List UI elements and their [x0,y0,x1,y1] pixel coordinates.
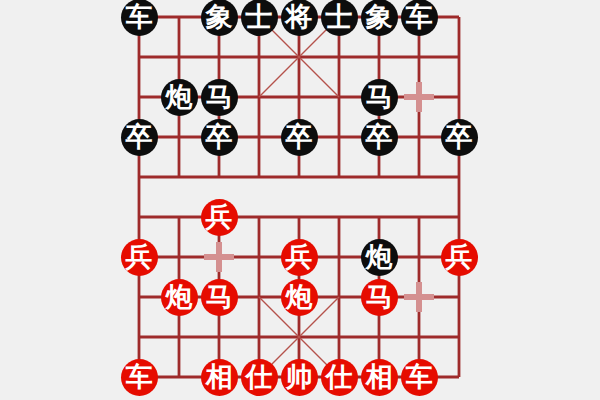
board-cell[interactable] [279,77,319,117]
piece-black-advisor[interactable]: 士 [321,0,358,36]
piece-red-advisor[interactable]: 仕 [241,359,278,396]
board-cell[interactable]: 车 [119,0,159,37]
board-cell[interactable] [279,37,319,77]
piece-red-chariot[interactable]: 车 [401,359,438,396]
board-cell[interactable] [159,157,199,197]
piece-red-general[interactable]: 帅 [281,359,318,396]
board-cell[interactable] [399,157,439,197]
piece-red-chariot[interactable]: 车 [121,359,158,396]
piece-black-soldier[interactable]: 卒 [361,119,398,156]
xiangqi-diagram: 车象士将士象车炮马马卒卒卒卒卒兵兵兵炮兵炮马炮马车相仕帅仕相车 [0,0,600,400]
piece-red-soldier[interactable]: 兵 [121,239,158,276]
piece-black-soldier[interactable]: 卒 [121,119,158,156]
piece-black-horse[interactable]: 马 [361,79,398,116]
marker-corner [219,242,234,257]
board-cell[interactable] [159,37,199,77]
board-cell[interactable]: 士 [239,0,279,37]
marker-corner [419,297,434,312]
board-cell[interactable] [399,237,439,277]
board-cell[interactable]: 象 [359,0,399,37]
piece-red-cannon[interactable]: 炮 [161,279,198,316]
board-cell[interactable]: 卒 [279,117,319,157]
last-move-marker [404,282,434,312]
piece-black-soldier[interactable]: 卒 [441,119,478,156]
board-cell[interactable]: 卒 [119,117,159,157]
board-cell[interactable] [359,157,399,197]
board-cell[interactable] [199,237,239,277]
piece-black-cannon[interactable]: 炮 [361,239,398,276]
board-cell[interactable] [239,77,279,117]
piece-red-soldier[interactable]: 兵 [201,199,238,236]
piece-red-soldier[interactable]: 兵 [281,239,318,276]
board-cell[interactable] [279,317,319,357]
board-cell[interactable] [439,197,479,237]
board-cell[interactable]: 兵 [119,237,159,277]
board-cell[interactable]: 兵 [439,237,479,277]
board-cell[interactable] [159,237,199,277]
board-cell[interactable] [239,157,279,197]
board-cell[interactable]: 炮 [159,277,199,317]
board-cell[interactable] [319,117,359,157]
board-cell[interactable] [239,117,279,157]
board-cell[interactable] [239,237,279,277]
board-grid: 车象士将士象车炮马马卒卒卒卒卒兵兵兵炮兵炮马炮马车相仕帅仕相车 [119,0,479,397]
board-cell[interactable] [399,317,439,357]
board-cell[interactable] [439,357,479,397]
piece-black-chariot[interactable]: 车 [401,0,438,36]
piece-red-horse[interactable]: 马 [201,279,238,316]
last-move-marker [404,82,434,112]
board-cell[interactable]: 车 [399,357,439,397]
board-cell[interactable] [359,317,399,357]
board-cell[interactable] [319,77,359,117]
piece-black-advisor[interactable]: 士 [241,0,278,36]
marker-corner [204,242,219,257]
board-cell[interactable] [439,37,479,77]
board-cell[interactable]: 卒 [199,117,239,157]
board-cell[interactable] [119,277,159,317]
board-cell[interactable] [399,277,439,317]
piece-black-chariot[interactable]: 车 [121,0,158,36]
board-cell[interactable] [399,117,439,157]
board-cell[interactable]: 兵 [279,237,319,277]
piece-red-elephant[interactable]: 相 [361,359,398,396]
board-cell[interactable] [119,37,159,77]
board-cell[interactable]: 相 [199,357,239,397]
board-cell[interactable] [439,77,479,117]
board-cell[interactable] [439,0,479,37]
board-cell[interactable]: 马 [199,77,239,117]
marker-corner [404,82,419,97]
board-cell[interactable]: 炮 [279,277,319,317]
board-cell[interactable] [159,117,199,157]
board-cell[interactable] [439,157,479,197]
board-cell[interactable] [399,37,439,77]
board-cell[interactable] [319,237,359,277]
piece-black-horse[interactable]: 马 [201,79,238,116]
board-cell[interactable] [119,317,159,357]
board-cell[interactable] [199,157,239,197]
board-cell[interactable]: 相 [359,357,399,397]
board-cell[interactable] [119,77,159,117]
board-cell[interactable]: 炮 [359,237,399,277]
board-cell[interactable] [119,157,159,197]
board-cell[interactable] [319,37,359,77]
last-move-marker [204,242,234,272]
marker-corner [204,257,219,272]
board-cell[interactable]: 马 [359,77,399,117]
board-cell[interactable] [439,317,479,357]
marker-corner [219,257,234,272]
board-cell[interactable] [239,277,279,317]
board-cell[interactable] [439,277,479,317]
board-cell[interactable] [239,317,279,357]
board-cell[interactable] [159,357,199,397]
piece-black-elephant[interactable]: 象 [361,0,398,36]
marker-corner [404,297,419,312]
board-cell[interactable]: 兵 [199,197,239,237]
board-cell[interactable] [199,37,239,77]
board-cell[interactable] [319,197,359,237]
board-cell[interactable]: 帅 [279,357,319,397]
marker-corner [404,282,419,297]
board-cell[interactable] [279,157,319,197]
board-cell[interactable] [239,37,279,77]
board-cell[interactable]: 卒 [439,117,479,157]
board-cell[interactable] [359,37,399,77]
board-cell[interactable] [159,0,199,37]
board-cell[interactable] [159,317,199,357]
board-cell[interactable] [319,277,359,317]
piece-black-general[interactable]: 将 [281,0,318,36]
board-cell[interactable] [319,157,359,197]
board-cell[interactable]: 炮 [159,77,199,117]
piece-red-soldier[interactable]: 兵 [441,239,478,276]
board-cell[interactable] [359,197,399,237]
piece-black-soldier[interactable]: 卒 [281,119,318,156]
piece-red-horse[interactable]: 马 [361,279,398,316]
board-cell[interactable] [399,197,439,237]
marker-corner [404,97,419,112]
piece-red-elephant[interactable]: 相 [201,359,238,396]
xiangqi-board: 车象士将士象车炮马马卒卒卒卒卒兵兵兵炮兵炮马炮马车相仕帅仕相车 [119,0,479,397]
board-cell[interactable] [279,197,319,237]
board-cell[interactable]: 将 [279,0,319,37]
marker-corner [419,97,434,112]
board-cell[interactable]: 象 [199,0,239,37]
board-cell[interactable]: 仕 [319,357,359,397]
board-cell[interactable] [319,317,359,357]
piece-black-elephant[interactable]: 象 [201,0,238,36]
marker-corner [419,82,434,97]
board-cell[interactable]: 车 [399,0,439,37]
board-cell[interactable]: 马 [199,277,239,317]
board-cell[interactable]: 仕 [239,357,279,397]
piece-black-soldier[interactable]: 卒 [201,119,238,156]
board-cell[interactable] [119,197,159,237]
board-cell[interactable] [159,197,199,237]
piece-black-cannon[interactable]: 炮 [161,79,198,116]
board-cell[interactable]: 马 [359,277,399,317]
board-cell[interactable] [199,317,239,357]
board-cell[interactable]: 车 [119,357,159,397]
piece-red-advisor[interactable]: 仕 [321,359,358,396]
marker-corner [419,282,434,297]
piece-red-cannon[interactable]: 炮 [281,279,318,316]
board-cell[interactable]: 卒 [359,117,399,157]
board-cell[interactable] [239,197,279,237]
board-cell[interactable] [399,77,439,117]
board-cell[interactable]: 士 [319,0,359,37]
